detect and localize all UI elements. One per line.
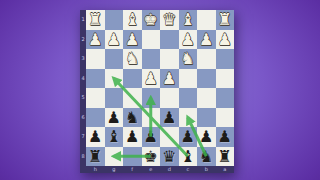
- file-coordinates: hgfedcba: [86, 166, 234, 173]
- square-b6[interactable]: [197, 108, 216, 128]
- square-b8[interactable]: ♞: [197, 147, 216, 167]
- square-d3[interactable]: [160, 49, 179, 69]
- black-pawn: ♟: [218, 127, 232, 147]
- square-e6[interactable]: [142, 108, 161, 128]
- black-rook: ♜: [88, 147, 102, 167]
- black-queen: ♛: [162, 147, 176, 167]
- file-label-h: h: [86, 166, 105, 173]
- square-a6[interactable]: [216, 108, 235, 128]
- file-label-f: f: [123, 166, 142, 173]
- square-f2[interactable]: ♟: [123, 30, 142, 50]
- square-a8[interactable]: ♜: [216, 147, 235, 167]
- square-f1[interactable]: ♝: [123, 10, 142, 30]
- black-pawn: ♟: [107, 108, 121, 128]
- square-c2[interactable]: ♟: [179, 30, 198, 50]
- file-label-c: c: [179, 166, 198, 173]
- white-pawn: ♟: [125, 30, 139, 50]
- square-f4[interactable]: [123, 69, 142, 89]
- square-d5[interactable]: [160, 88, 179, 108]
- file-label-e: e: [142, 166, 161, 173]
- chess-board: ♜♝♚♛♝♜♟♟♟♟♟♟♞♞♟♟♟♞♟♟♝♟♟♟♟♟♜♚♛♝♞♜: [86, 10, 234, 166]
- square-c5[interactable]: [179, 88, 198, 108]
- square-h6[interactable]: [86, 108, 105, 128]
- white-pawn: ♟: [162, 69, 176, 89]
- square-g4[interactable]: [105, 69, 124, 89]
- square-h1[interactable]: ♜: [86, 10, 105, 30]
- square-g8[interactable]: [105, 147, 124, 167]
- file-label-a: a: [216, 166, 235, 173]
- black-bishop: ♝: [181, 147, 195, 167]
- chess-board-frame: 12345678 ♜♝♚♛♝♜♟♟♟♟♟♟♞♞♟♟♟♞♟♟♝♟♟♟♟♟♜♚♛♝♞…: [80, 10, 234, 173]
- square-d6[interactable]: ♟: [160, 108, 179, 128]
- square-d1[interactable]: ♛: [160, 10, 179, 30]
- white-rook: ♜: [88, 10, 102, 30]
- square-g3[interactable]: [105, 49, 124, 69]
- square-e5[interactable]: [142, 88, 161, 108]
- square-g5[interactable]: [105, 88, 124, 108]
- square-f5[interactable]: [123, 88, 142, 108]
- black-bishop: ♝: [107, 127, 121, 147]
- square-c3[interactable]: ♞: [179, 49, 198, 69]
- square-a1[interactable]: ♜: [216, 10, 235, 30]
- square-g7[interactable]: ♝: [105, 127, 124, 147]
- black-pawn: ♟: [144, 127, 158, 147]
- file-label-g: g: [105, 166, 124, 173]
- square-f8[interactable]: [123, 147, 142, 167]
- square-c6[interactable]: [179, 108, 198, 128]
- square-f7[interactable]: ♟: [123, 127, 142, 147]
- black-knight: ♞: [125, 108, 139, 128]
- square-a4[interactable]: [216, 69, 235, 89]
- square-e2[interactable]: [142, 30, 161, 50]
- board-holder: ♜♝♚♛♝♜♟♟♟♟♟♟♞♞♟♟♟♞♟♟♝♟♟♟♟♟♜♚♛♝♞♜: [86, 10, 234, 166]
- square-f3[interactable]: ♞: [123, 49, 142, 69]
- black-pawn: ♟: [199, 127, 213, 147]
- square-e4[interactable]: ♟: [142, 69, 161, 89]
- square-h2[interactable]: ♟: [86, 30, 105, 50]
- white-bishop: ♝: [181, 10, 195, 30]
- black-king: ♚: [144, 147, 158, 167]
- black-pawn: ♟: [125, 127, 139, 147]
- white-pawn: ♟: [107, 30, 121, 50]
- black-knight: ♞: [199, 147, 213, 167]
- square-c7[interactable]: ♟: [179, 127, 198, 147]
- black-pawn: ♟: [88, 127, 102, 147]
- square-a3[interactable]: [216, 49, 235, 69]
- square-d8[interactable]: ♛: [160, 147, 179, 167]
- black-pawn: ♟: [162, 108, 176, 128]
- white-pawn: ♟: [199, 30, 213, 50]
- square-f6[interactable]: ♞: [123, 108, 142, 128]
- square-d7[interactable]: [160, 127, 179, 147]
- file-label-d: d: [160, 166, 179, 173]
- white-king: ♚: [144, 10, 158, 30]
- square-c1[interactable]: ♝: [179, 10, 198, 30]
- white-pawn: ♟: [144, 69, 158, 89]
- square-b7[interactable]: ♟: [197, 127, 216, 147]
- square-b3[interactable]: [197, 49, 216, 69]
- square-g2[interactable]: ♟: [105, 30, 124, 50]
- square-g1[interactable]: [105, 10, 124, 30]
- square-h8[interactable]: ♜: [86, 147, 105, 167]
- square-a2[interactable]: ♟: [216, 30, 235, 50]
- square-e3[interactable]: [142, 49, 161, 69]
- white-rook: ♜: [218, 10, 232, 30]
- square-e7[interactable]: ♟: [142, 127, 161, 147]
- black-rook: ♜: [218, 147, 232, 167]
- black-pawn: ♟: [181, 127, 195, 147]
- square-c8[interactable]: ♝: [179, 147, 198, 167]
- square-e1[interactable]: ♚: [142, 10, 161, 30]
- square-c4[interactable]: [179, 69, 198, 89]
- white-bishop: ♝: [125, 10, 139, 30]
- white-knight: ♞: [125, 49, 139, 69]
- square-g6[interactable]: ♟: [105, 108, 124, 128]
- white-pawn: ♟: [181, 30, 195, 50]
- square-b1[interactable]: [197, 10, 216, 30]
- white-knight: ♞: [181, 49, 195, 69]
- square-h7[interactable]: ♟: [86, 127, 105, 147]
- square-b4[interactable]: [197, 69, 216, 89]
- square-d4[interactable]: ♟: [160, 69, 179, 89]
- square-a7[interactable]: ♟: [216, 127, 235, 147]
- white-pawn: ♟: [218, 30, 232, 50]
- square-h4[interactable]: [86, 69, 105, 89]
- file-label-b: b: [197, 166, 216, 173]
- white-queen: ♛: [162, 10, 176, 30]
- square-e8[interactable]: ♚: [142, 147, 161, 167]
- square-h3[interactable]: [86, 49, 105, 69]
- square-d2[interactable]: [160, 30, 179, 50]
- square-b5[interactable]: [197, 88, 216, 108]
- square-a5[interactable]: [216, 88, 235, 108]
- square-b2[interactable]: ♟: [197, 30, 216, 50]
- page-background: 12345678 ♜♝♚♛♝♜♟♟♟♟♟♟♞♞♟♟♟♞♟♟♝♟♟♟♟♟♜♚♛♝♞…: [0, 0, 320, 180]
- white-pawn: ♟: [88, 30, 102, 50]
- square-h5[interactable]: [86, 88, 105, 108]
